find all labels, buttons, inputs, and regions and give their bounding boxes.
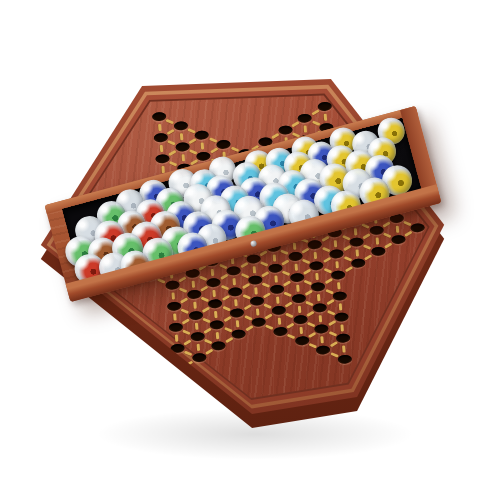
inlay-dash xyxy=(180,133,183,140)
board-hole xyxy=(411,223,426,233)
board-hole xyxy=(273,327,288,337)
inlay-dash xyxy=(304,125,307,132)
inlay-dash xyxy=(283,281,291,287)
inlay-dash xyxy=(364,255,372,261)
inlay-dash xyxy=(325,289,333,294)
board-hole xyxy=(331,270,346,280)
board-hole xyxy=(187,290,202,300)
inlay-dash xyxy=(273,254,276,261)
inlay-dash xyxy=(276,297,279,304)
inlay-dash xyxy=(296,285,299,292)
inlay-dash xyxy=(356,249,359,256)
inlay-dash xyxy=(306,311,314,317)
inlay-dash xyxy=(330,341,338,347)
inlay-dash xyxy=(256,308,259,315)
board-hole xyxy=(216,140,231,150)
inlay-dash xyxy=(166,119,174,124)
inlay-dash xyxy=(192,281,195,288)
inlay-dash xyxy=(205,349,213,355)
inlay-dash xyxy=(305,301,313,306)
inlay-dash xyxy=(338,282,341,289)
inlay-dash xyxy=(291,121,299,127)
inlay-dash xyxy=(384,243,392,249)
board-hole xyxy=(369,226,384,236)
inlay-dash xyxy=(344,256,352,261)
inlay-dash xyxy=(316,273,319,280)
inlay-dash xyxy=(302,259,310,264)
inlay-dash xyxy=(321,336,324,343)
inlay-dash xyxy=(264,303,272,308)
board-hole xyxy=(371,247,386,257)
board-hole xyxy=(293,315,308,325)
inlay-dash xyxy=(314,252,317,259)
board-hole xyxy=(278,125,293,135)
inlay-dash xyxy=(173,313,176,320)
board-hole xyxy=(291,294,306,304)
inlay-dash xyxy=(182,154,185,161)
inlay-dash xyxy=(308,332,316,338)
inlay-dash xyxy=(167,129,175,135)
inlay-dash xyxy=(168,150,176,156)
inlay-dash xyxy=(172,292,175,299)
inlay-dash xyxy=(334,240,337,247)
board-hole xyxy=(188,311,203,321)
inlay-dash xyxy=(266,324,274,329)
inlay-dash xyxy=(327,310,335,315)
board-hole xyxy=(207,278,222,288)
board-hole xyxy=(192,353,207,363)
inlay-dash xyxy=(339,303,342,310)
inlay-dash xyxy=(396,226,399,233)
inlay-dash xyxy=(280,249,288,254)
inlay-dash xyxy=(233,278,236,285)
board-hole xyxy=(190,332,205,342)
inlay-dash xyxy=(319,315,322,322)
inlay-dash xyxy=(178,277,186,283)
inlay-dash xyxy=(189,149,197,154)
inlay-dash xyxy=(180,298,188,304)
inlay-dash xyxy=(265,314,273,320)
board-hole xyxy=(290,273,305,283)
board-hole xyxy=(210,320,225,330)
board-hole xyxy=(212,341,227,351)
inlay-dash xyxy=(278,318,281,325)
inlay-dash xyxy=(188,138,196,144)
inlay-dash xyxy=(322,247,330,252)
board-hole xyxy=(167,301,182,311)
inlay-dash xyxy=(263,293,271,299)
inlay-dash xyxy=(261,261,269,266)
board-hole xyxy=(196,151,211,161)
inlay-dash xyxy=(211,269,214,276)
inlay-dash xyxy=(404,231,412,237)
inlay-dash xyxy=(323,257,331,263)
board-hole xyxy=(268,264,283,274)
inlay-dash xyxy=(281,260,289,266)
inlay-dash xyxy=(307,322,315,327)
inlay-dash xyxy=(197,344,200,351)
board-hole xyxy=(316,345,331,355)
inlay-dash xyxy=(354,228,357,235)
inlay-dash xyxy=(383,222,391,228)
board-hole xyxy=(308,240,323,250)
inlay-dash xyxy=(220,274,228,280)
board-hole xyxy=(351,258,366,268)
inlay-dash xyxy=(184,351,192,356)
inlay-dash xyxy=(175,335,178,342)
board-hole xyxy=(338,354,353,364)
inlay-dash xyxy=(183,330,191,335)
inlay-dash xyxy=(169,161,177,166)
board-hole xyxy=(168,323,183,333)
inlay-dash xyxy=(312,120,320,125)
board-hole xyxy=(349,237,364,247)
inlay-dash xyxy=(245,325,253,331)
board-hole xyxy=(270,285,285,295)
inlay-dash xyxy=(235,299,238,306)
inlay-dash xyxy=(376,238,379,245)
inlay-dash xyxy=(363,244,371,249)
inlay-dash xyxy=(383,232,391,237)
inlay-dash xyxy=(262,282,270,287)
inlay-dash xyxy=(222,295,230,301)
inlay-dash xyxy=(242,283,250,289)
inlay-dash xyxy=(210,148,218,154)
inlay-dash xyxy=(253,266,256,273)
inlay-dash xyxy=(362,223,370,228)
board-hole xyxy=(246,254,261,264)
inlay-dash xyxy=(231,147,239,152)
inlay-dash xyxy=(160,145,163,152)
inlay-dash xyxy=(330,352,338,357)
inlay-dash xyxy=(162,166,165,173)
inlay-dash xyxy=(243,304,251,310)
inlay-dash xyxy=(201,297,209,302)
inlay-dash xyxy=(293,243,296,250)
inlay-dash xyxy=(287,334,295,339)
inlay-dash xyxy=(285,302,293,308)
inlay-dash xyxy=(203,328,211,334)
inlay-dash xyxy=(329,331,337,336)
inlay-dash xyxy=(325,278,333,284)
board-hole xyxy=(295,336,310,346)
inlay-dash xyxy=(299,327,302,334)
inlay-dash xyxy=(318,294,321,301)
inlay-dash xyxy=(167,140,175,145)
inlay-dash xyxy=(202,318,210,323)
board-hole xyxy=(318,102,333,112)
inlay-dash xyxy=(195,323,198,330)
board-hole xyxy=(208,299,223,309)
board-hole xyxy=(165,280,180,290)
inlay-dash xyxy=(158,278,166,283)
inlay-dash xyxy=(209,137,217,142)
inlay-dash xyxy=(216,332,219,339)
board-hole xyxy=(226,266,241,276)
inlay-dash xyxy=(341,324,344,331)
inlay-dash xyxy=(343,245,351,251)
inlay-dash xyxy=(294,264,297,271)
inlay-dash xyxy=(271,133,279,139)
inlay-dash xyxy=(240,262,248,268)
board-hole xyxy=(309,261,324,271)
inlay-dash xyxy=(215,311,218,318)
inlay-dash xyxy=(260,250,268,256)
inlay-dash xyxy=(304,280,312,285)
inlay-dash xyxy=(344,266,352,272)
board-hole xyxy=(230,308,245,318)
inlay-dash xyxy=(201,142,204,149)
inlay-dash xyxy=(158,124,161,131)
inlay-dash xyxy=(241,273,249,278)
inlay-dash xyxy=(222,306,230,311)
board-hole xyxy=(155,154,170,164)
inlay-dash xyxy=(199,276,207,281)
board-hole xyxy=(298,113,313,123)
inlay-dash xyxy=(221,285,229,290)
inlay-dash xyxy=(261,271,269,277)
board-hole xyxy=(248,275,263,285)
product-photo xyxy=(0,0,500,500)
board-hole xyxy=(173,121,188,131)
inlay-dash xyxy=(181,308,189,313)
board-hole xyxy=(334,312,349,322)
board-hole xyxy=(313,303,328,313)
inlay-dash xyxy=(193,302,196,309)
inlay-dash xyxy=(224,327,232,332)
board-hole xyxy=(336,333,351,343)
inlay-dash xyxy=(179,287,187,292)
inlay-dash xyxy=(298,306,301,313)
inlay-dash xyxy=(213,290,216,297)
inlay-dash xyxy=(219,264,227,269)
inlay-dash xyxy=(326,299,334,305)
board-hole xyxy=(391,235,406,245)
inlay-dash xyxy=(204,339,212,344)
board-hole xyxy=(250,296,265,306)
inlay-dash xyxy=(225,337,233,343)
inlay-dash xyxy=(282,270,290,275)
inlay-dash xyxy=(284,292,292,297)
board-hole xyxy=(288,252,303,262)
inlay-dash xyxy=(363,233,371,239)
inlay-dash xyxy=(244,315,252,320)
board-hole xyxy=(153,133,168,143)
inlay-dash xyxy=(403,221,411,226)
inlay-dash xyxy=(286,323,294,329)
inlay-dash xyxy=(328,320,336,326)
inlay-dash xyxy=(242,294,250,299)
inlay-dash xyxy=(202,307,210,313)
board-hole xyxy=(314,324,329,334)
inlay-dash xyxy=(200,286,208,292)
inlay-dash xyxy=(183,340,191,346)
inlay-dash xyxy=(342,235,350,240)
inlay-dash xyxy=(336,261,339,268)
inlay-dash xyxy=(324,114,327,121)
inlay-dash xyxy=(255,287,258,294)
board-hole xyxy=(311,282,326,292)
inlay-dash xyxy=(223,316,231,322)
inlay-dash xyxy=(321,236,329,242)
inlay-dash xyxy=(301,248,309,254)
inlay-dash xyxy=(187,128,195,133)
board-hole xyxy=(152,112,167,122)
board-hole xyxy=(231,329,246,339)
inlay-dash xyxy=(324,268,332,273)
inlay-dash xyxy=(285,313,293,318)
inlay-dash xyxy=(305,290,313,296)
board-hole xyxy=(175,142,190,152)
inlay-dash xyxy=(236,320,239,327)
board-hole xyxy=(228,287,243,297)
inlay-dash xyxy=(309,343,317,348)
inlay-dash xyxy=(343,345,346,352)
inlay-dash xyxy=(182,319,190,325)
board-hole xyxy=(251,317,266,327)
inlay-dash xyxy=(303,269,311,275)
board-hole xyxy=(195,130,210,140)
board-hole xyxy=(271,306,286,316)
board-hole xyxy=(329,249,344,259)
board-hole xyxy=(333,291,348,301)
inlay-dash xyxy=(311,110,319,116)
inlay-dash xyxy=(275,275,278,282)
